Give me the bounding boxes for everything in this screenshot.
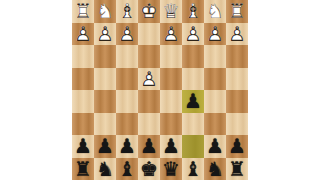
piece-bp-f7[interactable]: ♟ [116,135,138,158]
square-f3[interactable] [116,45,138,68]
piece-glyph: ♚ [140,158,158,178]
square-h7[interactable]: ♟ [72,135,94,158]
piece-bp-e7[interactable]: ♟ [138,135,160,158]
piece-glyph: ♟ [118,23,136,43]
square-h8[interactable]: ♜ [72,158,94,181]
piece-outline-glyph: ♙ [118,23,136,43]
square-c2[interactable]: ♟♙ [182,23,204,46]
square-d4[interactable] [160,68,182,91]
piece-glyph: ♟ [184,23,202,43]
piece-bq-d8[interactable]: ♛ [160,158,182,181]
piece-outline-glyph: ♙ [162,23,180,43]
piece-glyph: ♞ [96,1,114,21]
piece-outline-glyph: ♕ [162,1,180,21]
piece-bn-b8[interactable]: ♞ [204,158,226,181]
piece-glyph: ♝ [184,158,202,178]
screenshot-canvas: ♜♖♞♘♝♗♚♔♛♕♝♗♞♘♜♖♟♙♟♙♟♙♟♙♟♙♟♙♟♙♟♙♟♟♟♟♟♟♟♟… [0,0,320,180]
square-c1[interactable]: ♝♗ [182,0,204,23]
piece-glyph: ♟ [118,136,136,156]
piece-wp-c2[interactable]: ♟♙ [182,23,204,46]
piece-glyph: ♟ [140,136,158,156]
square-a6[interactable] [226,113,248,136]
square-f7[interactable]: ♟ [116,135,138,158]
square-a3[interactable] [226,45,248,68]
piece-glyph: ♟ [140,68,158,88]
square-c8[interactable]: ♝ [182,158,204,181]
piece-br-h8[interactable]: ♜ [72,158,94,181]
piece-wn-g1[interactable]: ♞♘ [94,0,116,23]
square-g7[interactable]: ♟ [94,135,116,158]
square-g8[interactable]: ♞ [94,158,116,181]
square-f6[interactable] [116,113,138,136]
piece-bp-b7[interactable]: ♟ [204,135,226,158]
piece-glyph: ♜ [74,158,92,178]
square-a1[interactable]: ♜♖ [226,0,248,23]
piece-wr-a1[interactable]: ♜♖ [226,0,248,23]
piece-outline-glyph: ♗ [118,1,136,21]
piece-glyph: ♟ [74,23,92,43]
piece-outline-glyph: ♙ [228,23,246,43]
square-e3[interactable] [138,45,160,68]
square-f8[interactable]: ♝ [116,158,138,181]
piece-outline-glyph: ♘ [206,1,224,21]
piece-bb-f8[interactable]: ♝ [116,158,138,181]
square-b6[interactable] [204,113,226,136]
square-e8[interactable]: ♚ [138,158,160,181]
piece-outline-glyph: ♖ [74,1,92,21]
piece-outline-glyph: ♙ [184,23,202,43]
square-e4[interactable]: ♟♙ [138,68,160,91]
piece-glyph: ♟ [184,91,202,111]
piece-bn-g8[interactable]: ♞ [94,158,116,181]
square-d2[interactable]: ♟♙ [160,23,182,46]
square-d1[interactable]: ♛♕ [160,0,182,23]
piece-glyph: ♟ [162,23,180,43]
piece-bp-a7[interactable]: ♟ [226,135,248,158]
piece-wp-f2[interactable]: ♟♙ [116,23,138,46]
square-d6[interactable] [160,113,182,136]
square-b2[interactable]: ♟♙ [204,23,226,46]
square-e6[interactable] [138,113,160,136]
piece-br-a8[interactable]: ♜ [226,158,248,181]
piece-glyph: ♟ [74,136,92,156]
square-h1[interactable]: ♜♖ [72,0,94,23]
square-e1[interactable]: ♚♔ [138,0,160,23]
piece-glyph: ♜ [228,158,246,178]
piece-outline-glyph: ♙ [140,68,158,88]
square-b8[interactable]: ♞ [204,158,226,181]
square-b3[interactable] [204,45,226,68]
piece-wb-f1[interactable]: ♝♗ [116,0,138,23]
piece-bp-g7[interactable]: ♟ [94,135,116,158]
square-h4[interactable] [72,68,94,91]
piece-glyph: ♝ [118,158,136,178]
piece-glyph: ♟ [96,136,114,156]
piece-wp-g2[interactable]: ♟♙ [94,23,116,46]
piece-glyph: ♟ [162,136,180,156]
piece-wk-e1[interactable]: ♚♔ [138,0,160,23]
piece-glyph: ♟ [228,136,246,156]
square-f1[interactable]: ♝♗ [116,0,138,23]
piece-glyph: ♛ [162,1,180,21]
piece-wp-b2[interactable]: ♟♙ [204,23,226,46]
square-b5[interactable] [204,90,226,113]
piece-glyph: ♟ [206,136,224,156]
piece-outline-glyph: ♙ [74,23,92,43]
piece-bk-e8[interactable]: ♚ [138,158,160,181]
piece-wp-d2[interactable]: ♟♙ [160,23,182,46]
piece-bp-c5[interactable]: ♟ [182,90,204,113]
square-h5[interactable] [72,90,94,113]
square-e5[interactable] [138,90,160,113]
square-c6[interactable] [182,113,204,136]
piece-glyph: ♞ [206,1,224,21]
square-f4[interactable] [116,68,138,91]
piece-bb-c8[interactable]: ♝ [182,158,204,181]
piece-bp-h7[interactable]: ♟ [72,135,94,158]
piece-bp-d7[interactable]: ♟ [160,135,182,158]
square-h6[interactable] [72,113,94,136]
square-g5[interactable] [94,90,116,113]
chess-board: ♜♖♞♘♝♗♚♔♛♕♝♗♞♘♜♖♟♙♟♙♟♙♟♙♟♙♟♙♟♙♟♙♟♟♟♟♟♟♟♟… [72,0,248,180]
piece-glyph: ♜ [228,1,246,21]
piece-glyph: ♝ [184,1,202,21]
piece-wq-d1[interactable]: ♛♕ [160,0,182,23]
square-a5[interactable] [226,90,248,113]
square-g2[interactable]: ♟♙ [94,23,116,46]
square-e2[interactable] [138,23,160,46]
piece-wp-e4[interactable]: ♟♙ [138,68,160,91]
piece-outline-glyph: ♘ [96,1,114,21]
square-c7[interactable] [182,135,204,158]
square-a7[interactable]: ♟ [226,135,248,158]
piece-wb-c1[interactable]: ♝♗ [182,0,204,23]
square-f5[interactable] [116,90,138,113]
square-b7[interactable]: ♟ [204,135,226,158]
square-g3[interactable] [94,45,116,68]
piece-wp-a2[interactable]: ♟♙ [226,23,248,46]
piece-glyph: ♞ [96,158,114,178]
piece-glyph: ♟ [228,23,246,43]
square-h3[interactable] [72,45,94,68]
piece-glyph: ♟ [96,23,114,43]
piece-outline-glyph: ♖ [228,1,246,21]
piece-outline-glyph: ♙ [206,23,224,43]
piece-outline-glyph: ♙ [96,23,114,43]
piece-glyph: ♟ [206,23,224,43]
piece-outline-glyph: ♔ [140,1,158,21]
piece-glyph: ♞ [206,158,224,178]
square-b1[interactable]: ♞♘ [204,0,226,23]
piece-wr-h1[interactable]: ♜♖ [72,0,94,23]
piece-glyph: ♚ [140,1,158,21]
piece-outline-glyph: ♗ [184,1,202,21]
square-h2[interactable]: ♟♙ [72,23,94,46]
piece-wn-b1[interactable]: ♞♘ [204,0,226,23]
piece-glyph: ♜ [74,1,92,21]
square-e7[interactable]: ♟ [138,135,160,158]
square-d3[interactable] [160,45,182,68]
square-c3[interactable] [182,45,204,68]
piece-wp-h2[interactable]: ♟♙ [72,23,94,46]
square-d5[interactable] [160,90,182,113]
square-d8[interactable]: ♛ [160,158,182,181]
square-g6[interactable] [94,113,116,136]
piece-glyph: ♝ [118,1,136,21]
square-a8[interactable]: ♜ [226,158,248,181]
square-g4[interactable] [94,68,116,91]
square-a2[interactable]: ♟♙ [226,23,248,46]
square-f2[interactable]: ♟♙ [116,23,138,46]
square-b4[interactable] [204,68,226,91]
square-a4[interactable] [226,68,248,91]
square-c4[interactable] [182,68,204,91]
piece-glyph: ♛ [162,158,180,178]
square-g1[interactable]: ♞♘ [94,0,116,23]
square-d7[interactable]: ♟ [160,135,182,158]
square-c5[interactable]: ♟ [182,90,204,113]
